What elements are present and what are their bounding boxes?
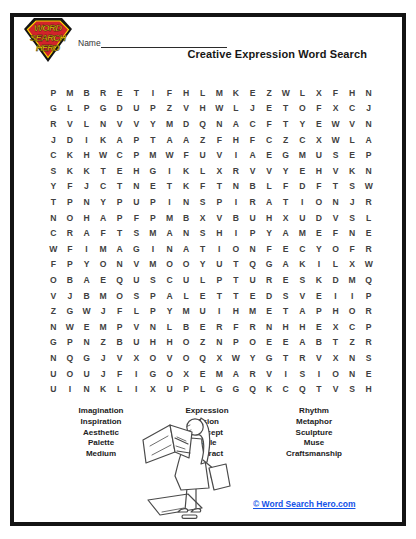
grid-cell-r6c6[interactable]: H	[128, 163, 145, 179]
grid-cell-r3c18[interactable]: W	[327, 116, 344, 132]
grid-cell-r20c16[interactable]: Q	[294, 381, 311, 397]
grid-cell-r15c14[interactable]: E	[261, 303, 278, 319]
grid-cell-r13c18[interactable]: D	[327, 272, 344, 288]
grid-cell-r19c18[interactable]: O	[327, 366, 344, 382]
grid-cell-r17c4[interactable]: Z	[95, 335, 112, 351]
grid-cell-r4c15[interactable]: Z	[277, 132, 294, 148]
grid-cell-r12c15[interactable]: A	[277, 257, 294, 273]
grid-cell-r6c10[interactable]: L	[194, 163, 211, 179]
grid-cell-r13c9[interactable]: U	[178, 272, 195, 288]
grid-cell-r3c7[interactable]: Y	[145, 116, 162, 132]
grid-cell-r8c19[interactable]: J	[344, 194, 361, 210]
grid-cell-r5c14[interactable]: E	[261, 147, 278, 163]
grid-cell-r5c12[interactable]: I	[228, 147, 245, 163]
grid-cell-r10c14[interactable]: Y	[261, 225, 278, 241]
grid-cell-r15c20[interactable]: R	[360, 303, 377, 319]
grid-cell-r12c10[interactable]: Y	[194, 257, 211, 273]
grid-cell-r9c9[interactable]: B	[178, 210, 195, 226]
grid-cell-r2c8[interactable]: Z	[161, 101, 178, 117]
grid-cell-r20c13[interactable]: Q	[244, 381, 261, 397]
grid-cell-r18c1[interactable]: N	[45, 350, 62, 366]
grid-cell-r14c2[interactable]: J	[62, 288, 79, 304]
grid-cell-r17c18[interactable]: T	[327, 335, 344, 351]
grid-cell-r2c6[interactable]: U	[128, 101, 145, 117]
grid-cell-r10c19[interactable]: N	[344, 225, 361, 241]
grid-cell-r17c17[interactable]: B	[311, 335, 328, 351]
grid-cell-r15c12[interactable]: H	[228, 303, 245, 319]
grid-cell-r4c9[interactable]: A	[178, 132, 195, 148]
grid-cell-r6c1[interactable]: S	[45, 163, 62, 179]
grid-cell-r8c15[interactable]: T	[277, 194, 294, 210]
grid-cell-r12c11[interactable]: U	[211, 257, 228, 273]
grid-cell-r3c11[interactable]: N	[211, 116, 228, 132]
grid-cell-r1c6[interactable]: T	[128, 85, 145, 101]
grid-cell-r18c17[interactable]: V	[311, 350, 328, 366]
grid-cell-r7c13[interactable]: B	[244, 179, 261, 195]
grid-cell-r16c12[interactable]: F	[228, 319, 245, 335]
grid-cell-r16c8[interactable]: L	[161, 319, 178, 335]
grid-cell-r14c8[interactable]: A	[161, 288, 178, 304]
grid-cell-r14c15[interactable]: S	[277, 288, 294, 304]
grid-cell-r6c15[interactable]: Y	[277, 163, 294, 179]
grid-cell-r1c1[interactable]: P	[45, 85, 62, 101]
grid-cell-r17c3[interactable]: N	[78, 335, 95, 351]
grid-cell-r11c1[interactable]: W	[45, 241, 62, 257]
grid-cell-r16c5[interactable]: P	[111, 319, 128, 335]
grid-cell-r19c2[interactable]: O	[62, 366, 79, 382]
grid-cell-r11c7[interactable]: I	[145, 241, 162, 257]
grid-cell-r17c8[interactable]: H	[161, 335, 178, 351]
grid-cell-r8c4[interactable]: Y	[95, 194, 112, 210]
grid-cell-r8c14[interactable]: A	[261, 194, 278, 210]
grid-cell-r20c10[interactable]: L	[194, 381, 211, 397]
grid-cell-r6c8[interactable]: I	[161, 163, 178, 179]
grid-cell-r19c20[interactable]: E	[360, 366, 377, 382]
grid-cell-r6c13[interactable]: V	[244, 163, 261, 179]
grid-cell-r19c14[interactable]: V	[261, 366, 278, 382]
grid-cell-r9c10[interactable]: X	[194, 210, 211, 226]
grid-cell-r11c15[interactable]: E	[277, 241, 294, 257]
grid-cell-r2c15[interactable]: T	[277, 101, 294, 117]
grid-cell-r6c3[interactable]: K	[78, 163, 95, 179]
grid-cell-r11c2[interactable]: F	[62, 241, 79, 257]
grid-cell-r19c4[interactable]: J	[95, 366, 112, 382]
grid-cell-r1c11[interactable]: M	[211, 85, 228, 101]
grid-cell-r19c13[interactable]: R	[244, 366, 261, 382]
grid-cell-r12c13[interactable]: Q	[244, 257, 261, 273]
grid-cell-r9c1[interactable]: N	[45, 210, 62, 226]
grid-cell-r18c6[interactable]: X	[128, 350, 145, 366]
grid-cell-r2c4[interactable]: G	[95, 101, 112, 117]
grid-cell-r9c16[interactable]: U	[294, 210, 311, 226]
grid-cell-r18c3[interactable]: G	[78, 350, 95, 366]
grid-cell-r11c9[interactable]: A	[178, 241, 195, 257]
grid-cell-r15c1[interactable]: Z	[45, 303, 62, 319]
grid-cell-r12c9[interactable]: O	[178, 257, 195, 273]
grid-cell-r15c16[interactable]: A	[294, 303, 311, 319]
grid-cell-r17c6[interactable]: U	[128, 335, 145, 351]
grid-cell-r10c16[interactable]: M	[294, 225, 311, 241]
grid-cell-r16c20[interactable]: P	[360, 319, 377, 335]
grid-cell-r17c19[interactable]: Z	[344, 335, 361, 351]
grid-cell-r7c2[interactable]: F	[62, 179, 79, 195]
grid-cell-r12c3[interactable]: Y	[78, 257, 95, 273]
grid-cell-r2c13[interactable]: J	[244, 101, 261, 117]
grid-cell-r13c16[interactable]: S	[294, 272, 311, 288]
grid-cell-r1c7[interactable]: I	[145, 85, 162, 101]
grid-cell-r1c18[interactable]: F	[327, 85, 344, 101]
grid-cell-r17c1[interactable]: G	[45, 335, 62, 351]
grid-cell-r1c14[interactable]: Z	[261, 85, 278, 101]
grid-cell-r8c13[interactable]: R	[244, 194, 261, 210]
grid-cell-r10c17[interactable]: E	[311, 225, 328, 241]
grid-cell-r3c6[interactable]: V	[128, 116, 145, 132]
grid-cell-r16c19[interactable]: C	[344, 319, 361, 335]
grid-cell-r6c11[interactable]: X	[211, 163, 228, 179]
grid-cell-r16c2[interactable]: W	[62, 319, 79, 335]
grid-cell-r15c5[interactable]: F	[111, 303, 128, 319]
grid-cell-r3c8[interactable]: M	[161, 116, 178, 132]
grid-cell-r9c3[interactable]: H	[78, 210, 95, 226]
grid-cell-r14c16[interactable]: V	[294, 288, 311, 304]
grid-cell-r1c20[interactable]: N	[360, 85, 377, 101]
grid-cell-r17c16[interactable]: A	[294, 335, 311, 351]
grid-cell-r10c6[interactable]: S	[128, 225, 145, 241]
grid-cell-r14c11[interactable]: T	[211, 288, 228, 304]
grid-cell-r16c10[interactable]: E	[194, 319, 211, 335]
grid-cell-r10c4[interactable]: F	[95, 225, 112, 241]
grid-cell-r20c14[interactable]: K	[261, 381, 278, 397]
grid-cell-r7c3[interactable]: J	[78, 179, 95, 195]
grid-cell-r16c14[interactable]: N	[261, 319, 278, 335]
grid-cell-r11c6[interactable]: G	[128, 241, 145, 257]
grid-cell-r19c10[interactable]: E	[194, 366, 211, 382]
grid-cell-r18c5[interactable]: V	[111, 350, 128, 366]
grid-cell-r14c9[interactable]: L	[178, 288, 195, 304]
grid-cell-r8c5[interactable]: P	[111, 194, 128, 210]
grid-cell-r16c16[interactable]: H	[294, 319, 311, 335]
grid-cell-r8c1[interactable]: T	[45, 194, 62, 210]
grid-cell-r2c5[interactable]: D	[111, 101, 128, 117]
grid-cell-r8c7[interactable]: P	[145, 194, 162, 210]
grid-cell-r4c16[interactable]: C	[294, 132, 311, 148]
grid-cell-r14c19[interactable]: I	[344, 288, 361, 304]
grid-cell-r7c16[interactable]: D	[294, 179, 311, 195]
grid-cell-r6c18[interactable]: V	[327, 163, 344, 179]
grid-cell-r17c5[interactable]: B	[111, 335, 128, 351]
grid-cell-r15c6[interactable]: L	[128, 303, 145, 319]
grid-cell-r11c11[interactable]: I	[211, 241, 228, 257]
grid-cell-r4c20[interactable]: A	[360, 132, 377, 148]
grid-cell-r4c12[interactable]: H	[228, 132, 245, 148]
grid-cell-r19c1[interactable]: U	[45, 366, 62, 382]
grid-cell-r3c17[interactable]: E	[311, 116, 328, 132]
grid-cell-r1c17[interactable]: X	[311, 85, 328, 101]
grid-cell-r15c13[interactable]: M	[244, 303, 261, 319]
grid-cell-r5c17[interactable]: U	[311, 147, 328, 163]
grid-cell-r20c1[interactable]: U	[45, 381, 62, 397]
grid-cell-r19c15[interactable]: I	[277, 366, 294, 382]
grid-cell-r5c20[interactable]: P	[360, 147, 377, 163]
grid-cell-r2c3[interactable]: P	[78, 101, 95, 117]
grid-cell-r2c2[interactable]: L	[62, 101, 79, 117]
grid-cell-r16c7[interactable]: N	[145, 319, 162, 335]
grid-cell-r4c10[interactable]: Z	[194, 132, 211, 148]
grid-cell-r12c19[interactable]: X	[344, 257, 361, 273]
grid-cell-r13c14[interactable]: R	[261, 272, 278, 288]
grid-cell-r15c7[interactable]: P	[145, 303, 162, 319]
grid-cell-r6c7[interactable]: G	[145, 163, 162, 179]
grid-cell-r19c19[interactable]: N	[344, 366, 361, 382]
grid-cell-r13c2[interactable]: B	[62, 272, 79, 288]
grid-cell-r20c5[interactable]: L	[111, 381, 128, 397]
grid-cell-r15c19[interactable]: O	[344, 303, 361, 319]
grid-cell-r3c15[interactable]: T	[277, 116, 294, 132]
grid-cell-r3c12[interactable]: A	[228, 116, 245, 132]
grid-cell-r2c12[interactable]: L	[228, 101, 245, 117]
grid-cell-r16c9[interactable]: B	[178, 319, 195, 335]
grid-cell-r8c9[interactable]: N	[178, 194, 195, 210]
grid-cell-r6c5[interactable]: E	[111, 163, 128, 179]
grid-cell-r19c12[interactable]: A	[228, 366, 245, 382]
grid-cell-r4c8[interactable]: A	[161, 132, 178, 148]
grid-cell-r4c1[interactable]: J	[45, 132, 62, 148]
grid-cell-r13c5[interactable]: Q	[111, 272, 128, 288]
grid-cell-r16c13[interactable]: R	[244, 319, 261, 335]
grid-cell-r17c2[interactable]: P	[62, 335, 79, 351]
grid-cell-r15c11[interactable]: I	[211, 303, 228, 319]
grid-cell-r13c8[interactable]: C	[161, 272, 178, 288]
grid-cell-r4c19[interactable]: L	[344, 132, 361, 148]
grid-cell-r7c18[interactable]: T	[327, 179, 344, 195]
grid-cell-r13c6[interactable]: U	[128, 272, 145, 288]
grid-cell-r8c2[interactable]: P	[62, 194, 79, 210]
grid-cell-r4c14[interactable]: C	[261, 132, 278, 148]
grid-cell-r5c13[interactable]: A	[244, 147, 261, 163]
grid-cell-r2c10[interactable]: H	[194, 101, 211, 117]
grid-cell-r5c5[interactable]: C	[111, 147, 128, 163]
grid-cell-r11c13[interactable]: N	[244, 241, 261, 257]
grid-cell-r7c14[interactable]: L	[261, 179, 278, 195]
grid-cell-r9c7[interactable]: P	[145, 210, 162, 226]
grid-cell-r5c8[interactable]: W	[161, 147, 178, 163]
grid-cell-r20c4[interactable]: K	[95, 381, 112, 397]
grid-cell-r17c15[interactable]: E	[277, 335, 294, 351]
grid-cell-r13c7[interactable]: S	[145, 272, 162, 288]
grid-cell-r2c14[interactable]: E	[261, 101, 278, 117]
grid-cell-r5c18[interactable]: S	[327, 147, 344, 163]
grid-cell-r7c10[interactable]: F	[194, 179, 211, 195]
grid-cell-r8c10[interactable]: S	[194, 194, 211, 210]
grid-cell-r16c6[interactable]: V	[128, 319, 145, 335]
grid-cell-r5c1[interactable]: C	[45, 147, 62, 163]
grid-cell-r9c18[interactable]: V	[327, 210, 344, 226]
grid-cell-r2c18[interactable]: X	[327, 101, 344, 117]
grid-cell-r3c2[interactable]: V	[62, 116, 79, 132]
grid-cell-r13c10[interactable]: L	[194, 272, 211, 288]
grid-cell-r14c7[interactable]: P	[145, 288, 162, 304]
grid-cell-r6c17[interactable]: H	[311, 163, 328, 179]
grid-cell-r20c20[interactable]: H	[360, 381, 377, 397]
grid-cell-r4c11[interactable]: F	[211, 132, 228, 148]
grid-cell-r20c2[interactable]: I	[62, 381, 79, 397]
grid-cell-r10c18[interactable]: F	[327, 225, 344, 241]
grid-cell-r9c6[interactable]: F	[128, 210, 145, 226]
grid-cell-r20c8[interactable]: U	[161, 381, 178, 397]
grid-cell-r9c12[interactable]: B	[228, 210, 245, 226]
grid-cell-r3c19[interactable]: V	[344, 116, 361, 132]
grid-cell-r10c12[interactable]: I	[228, 225, 245, 241]
grid-cell-r2c9[interactable]: V	[178, 101, 195, 117]
grid-cell-r18c20[interactable]: S	[360, 350, 377, 366]
grid-cell-r7c19[interactable]: S	[344, 179, 361, 195]
grid-cell-r5c19[interactable]: E	[344, 147, 361, 163]
grid-cell-r19c3[interactable]: U	[78, 366, 95, 382]
grid-cell-r12c20[interactable]: W	[360, 257, 377, 273]
grid-cell-r8c12[interactable]: I	[228, 194, 245, 210]
grid-cell-r5c9[interactable]: F	[178, 147, 195, 163]
grid-cell-r2c1[interactable]: G	[45, 101, 62, 117]
grid-cell-r3c5[interactable]: V	[111, 116, 128, 132]
grid-cell-r16c1[interactable]: N	[45, 319, 62, 335]
grid-cell-r1c2[interactable]: M	[62, 85, 79, 101]
grid-cell-r13c3[interactable]: A	[78, 272, 95, 288]
grid-cell-r7c7[interactable]: E	[145, 179, 162, 195]
grid-cell-r1c8[interactable]: F	[161, 85, 178, 101]
grid-cell-r3c20[interactable]: N	[360, 116, 377, 132]
grid-cell-r10c2[interactable]: R	[62, 225, 79, 241]
grid-cell-r6c12[interactable]: R	[228, 163, 245, 179]
grid-cell-r4c6[interactable]: P	[128, 132, 145, 148]
grid-cell-r7c11[interactable]: T	[211, 179, 228, 195]
grid-cell-r1c3[interactable]: B	[78, 85, 95, 101]
grid-cell-r18c16[interactable]: R	[294, 350, 311, 366]
grid-cell-r12c5[interactable]: N	[111, 257, 128, 273]
grid-cell-r1c10[interactable]: L	[194, 85, 211, 101]
grid-cell-r1c9[interactable]: H	[178, 85, 195, 101]
grid-cell-r19c17[interactable]: I	[311, 366, 328, 382]
grid-cell-r1c12[interactable]: K	[228, 85, 245, 101]
grid-cell-r6c14[interactable]: V	[261, 163, 278, 179]
grid-cell-r15c9[interactable]: M	[178, 303, 195, 319]
grid-cell-r19c7[interactable]: G	[145, 366, 162, 382]
grid-cell-r9c2[interactable]: O	[62, 210, 79, 226]
grid-cell-r9c15[interactable]: X	[277, 210, 294, 226]
grid-cell-r2c17[interactable]: F	[311, 101, 328, 117]
grid-cell-r5c11[interactable]: V	[211, 147, 228, 163]
grid-cell-r18c11[interactable]: X	[211, 350, 228, 366]
grid-cell-r7c4[interactable]: C	[95, 179, 112, 195]
grid-cell-r20c9[interactable]: P	[178, 381, 195, 397]
grid-cell-r16c18[interactable]: X	[327, 319, 344, 335]
grid-cell-r7c8[interactable]: T	[161, 179, 178, 195]
grid-cell-r12c7[interactable]: M	[145, 257, 162, 273]
grid-cell-r13c1[interactable]: O	[45, 272, 62, 288]
grid-cell-r7c15[interactable]: F	[277, 179, 294, 195]
grid-cell-r5c3[interactable]: H	[78, 147, 95, 163]
grid-cell-r3c1[interactable]: R	[45, 116, 62, 132]
grid-cell-r19c9[interactable]: X	[178, 366, 195, 382]
grid-cell-r10c11[interactable]: H	[211, 225, 228, 241]
grid-cell-r11c19[interactable]: F	[344, 241, 361, 257]
grid-cell-r15c18[interactable]: H	[327, 303, 344, 319]
word-search-hero-link[interactable]: © Word Search Hero.com	[253, 499, 355, 509]
grid-cell-r17c14[interactable]: E	[261, 335, 278, 351]
grid-cell-r3c16[interactable]: Y	[294, 116, 311, 132]
grid-cell-r4c5[interactable]: A	[111, 132, 128, 148]
grid-cell-r10c20[interactable]: E	[360, 225, 377, 241]
grid-cell-r11c4[interactable]: M	[95, 241, 112, 257]
grid-cell-r14c1[interactable]: V	[45, 288, 62, 304]
grid-cell-r18c2[interactable]: Q	[62, 350, 79, 366]
grid-cell-r19c6[interactable]: I	[128, 366, 145, 382]
grid-cell-r1c13[interactable]: E	[244, 85, 261, 101]
grid-cell-r1c4[interactable]: R	[95, 85, 112, 101]
grid-cell-r17c20[interactable]: R	[360, 335, 377, 351]
grid-cell-r5c7[interactable]: M	[145, 147, 162, 163]
grid-cell-r7c6[interactable]: N	[128, 179, 145, 195]
grid-cell-r10c8[interactable]: A	[161, 225, 178, 241]
grid-cell-r8c11[interactable]: P	[211, 194, 228, 210]
grid-cell-r12c14[interactable]: G	[261, 257, 278, 273]
grid-cell-r10c13[interactable]: P	[244, 225, 261, 241]
grid-cell-r12c16[interactable]: K	[294, 257, 311, 273]
grid-cell-r20c19[interactable]: S	[344, 381, 361, 397]
grid-cell-r1c5[interactable]: E	[111, 85, 128, 101]
grid-cell-r6c9[interactable]: K	[178, 163, 195, 179]
grid-cell-r18c8[interactable]: V	[161, 350, 178, 366]
grid-cell-r12c8[interactable]: O	[161, 257, 178, 273]
grid-cell-r18c10[interactable]: Q	[194, 350, 211, 366]
grid-cell-r5c16[interactable]: M	[294, 147, 311, 163]
grid-cell-r19c16[interactable]: S	[294, 366, 311, 382]
grid-cell-r20c17[interactable]: T	[311, 381, 328, 397]
grid-cell-r3c4[interactable]: N	[95, 116, 112, 132]
grid-cell-r19c11[interactable]: M	[211, 366, 228, 382]
grid-cell-r20c18[interactable]: V	[327, 381, 344, 397]
grid-cell-r7c12[interactable]: N	[228, 179, 245, 195]
grid-cell-r9c19[interactable]: S	[344, 210, 361, 226]
grid-cell-r10c10[interactable]: S	[194, 225, 211, 241]
grid-cell-r17c10[interactable]: Z	[194, 335, 211, 351]
grid-cell-r11c20[interactable]: R	[360, 241, 377, 257]
grid-cell-r4c18[interactable]: W	[327, 132, 344, 148]
grid-cell-r18c12[interactable]: W	[228, 350, 245, 366]
grid-cell-r13c20[interactable]: Q	[360, 272, 377, 288]
grid-cell-r18c13[interactable]: Y	[244, 350, 261, 366]
grid-cell-r9c11[interactable]: V	[211, 210, 228, 226]
grid-cell-r17c9[interactable]: O	[178, 335, 195, 351]
grid-cell-r10c1[interactable]: C	[45, 225, 62, 241]
grid-cell-r10c15[interactable]: A	[277, 225, 294, 241]
grid-cell-r2c7[interactable]: P	[145, 101, 162, 117]
grid-cell-r5c2[interactable]: K	[62, 147, 79, 163]
grid-cell-r14c4[interactable]: M	[95, 288, 112, 304]
grid-cell-r20c12[interactable]: G	[228, 381, 245, 397]
grid-cell-r12c2[interactable]: P	[62, 257, 79, 273]
grid-cell-r16c4[interactable]: M	[95, 319, 112, 335]
grid-cell-r7c20[interactable]: W	[360, 179, 377, 195]
grid-cell-r10c5[interactable]: T	[111, 225, 128, 241]
grid-cell-r10c9[interactable]: N	[178, 225, 195, 241]
grid-cell-r9c8[interactable]: M	[161, 210, 178, 226]
grid-cell-r14c20[interactable]: P	[360, 288, 377, 304]
grid-cell-r4c17[interactable]: X	[311, 132, 328, 148]
grid-cell-r18c7[interactable]: O	[145, 350, 162, 366]
grid-cell-r12c1[interactable]: F	[45, 257, 62, 273]
grid-cell-r3c3[interactable]: L	[78, 116, 95, 132]
grid-cell-r11c16[interactable]: C	[294, 241, 311, 257]
